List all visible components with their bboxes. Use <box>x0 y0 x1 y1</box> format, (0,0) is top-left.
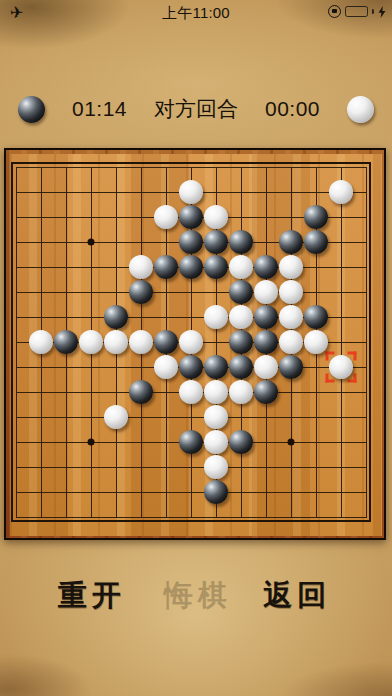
black-stone <box>254 380 278 404</box>
black-stone <box>304 305 328 329</box>
black-stone <box>229 330 253 354</box>
star-point <box>88 239 95 246</box>
grid-line-h <box>16 467 367 468</box>
black-stone <box>254 305 278 329</box>
black-stone <box>204 480 228 504</box>
status-right-icons <box>328 5 386 18</box>
gomoku-app-screen: ✈ 上午11:00 01:14 对方回合 00:00 重开 悔棋 返回 <box>0 0 392 696</box>
white-stone <box>154 355 178 379</box>
black-stone <box>204 355 228 379</box>
black-stone <box>129 380 153 404</box>
white-stone <box>279 255 303 279</box>
white-stone <box>304 330 328 354</box>
black-stone <box>304 205 328 229</box>
white-stone <box>329 355 353 379</box>
black-stone <box>154 330 178 354</box>
white-stone <box>254 355 278 379</box>
orientation-lock-icon <box>328 5 341 18</box>
black-stone <box>179 230 203 254</box>
black-stone <box>279 355 303 379</box>
white-stone <box>104 330 128 354</box>
white-stone <box>279 280 303 304</box>
battery-tip <box>372 9 374 13</box>
white-stone <box>204 430 228 454</box>
white-stone-icon <box>347 96 374 123</box>
white-stone <box>229 380 253 404</box>
white-stone <box>204 205 228 229</box>
black-stone <box>254 330 278 354</box>
turn-label: 对方回合 <box>154 95 238 123</box>
grid-line-h <box>16 492 367 493</box>
black-stone <box>229 230 253 254</box>
black-stone-icon <box>18 96 45 123</box>
grid-line-v <box>341 167 342 518</box>
white-stone <box>279 305 303 329</box>
white-stone <box>129 330 153 354</box>
white-stone <box>104 405 128 429</box>
white-stone <box>179 330 203 354</box>
grid-line-v <box>366 167 367 518</box>
black-stone <box>204 255 228 279</box>
black-stone <box>129 280 153 304</box>
white-stone <box>279 330 303 354</box>
grid-line-h <box>16 517 367 518</box>
star-point <box>88 439 95 446</box>
black-stone <box>179 430 203 454</box>
white-stone <box>204 455 228 479</box>
black-stone <box>54 330 78 354</box>
restart-button[interactable]: 重开 <box>52 576 132 616</box>
white-stone <box>229 255 253 279</box>
black-stone <box>154 255 178 279</box>
white-stone <box>229 305 253 329</box>
white-stone <box>179 180 203 204</box>
white-stone <box>204 405 228 429</box>
undo-button: 悔棋 <box>158 576 238 616</box>
white-stone <box>329 180 353 204</box>
clock-bar: 01:14 对方回合 00:00 <box>0 92 392 126</box>
black-clock: 01:14 <box>72 97 127 121</box>
battery-icon <box>345 6 368 17</box>
white-stone <box>29 330 53 354</box>
black-stone <box>179 205 203 229</box>
white-clock: 00:00 <box>265 97 320 121</box>
white-stone <box>204 380 228 404</box>
black-stone <box>179 355 203 379</box>
white-stone <box>79 330 103 354</box>
charging-bolt-icon <box>378 6 386 18</box>
black-stone <box>304 230 328 254</box>
gomoku-board[interactable] <box>16 167 366 517</box>
back-button[interactable]: 返回 <box>257 576 337 616</box>
black-stone <box>104 305 128 329</box>
black-stone <box>179 255 203 279</box>
white-stone <box>179 380 203 404</box>
black-stone <box>229 280 253 304</box>
white-stone <box>254 280 278 304</box>
black-stone <box>279 230 303 254</box>
grid-line-h <box>16 417 367 418</box>
black-stone <box>204 230 228 254</box>
white-stone <box>154 205 178 229</box>
star-point <box>288 439 295 446</box>
white-stone <box>204 305 228 329</box>
black-stone <box>254 255 278 279</box>
status-bar: ✈ 上午11:00 <box>0 0 392 24</box>
white-stone <box>129 255 153 279</box>
black-stone <box>229 430 253 454</box>
black-stone <box>229 355 253 379</box>
